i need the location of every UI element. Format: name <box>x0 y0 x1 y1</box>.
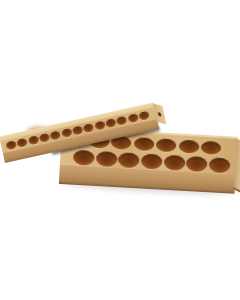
rear-strip-hole <box>17 138 28 148</box>
front-board-pit <box>186 156 208 172</box>
rear-strip-hole <box>105 118 116 128</box>
rear-strip-hole <box>28 135 39 145</box>
front-board-pit <box>141 153 163 169</box>
front-board-pit <box>209 157 231 173</box>
rear-strip-hole <box>127 113 138 123</box>
rear-strip-hole <box>6 140 17 150</box>
rear-strip-hole <box>138 111 149 121</box>
front-board-pit <box>201 140 222 154</box>
rear-strip-hole <box>83 123 94 133</box>
rear-strip-hole <box>116 116 127 126</box>
rear-strip-hole <box>72 126 83 136</box>
rear-strip-hole <box>61 128 72 138</box>
rear-strip-hole <box>94 121 105 131</box>
front-board-pit <box>178 139 199 153</box>
front-board-pit <box>163 154 185 170</box>
front-board-pit <box>118 152 140 168</box>
product-photo-scene <box>0 0 240 300</box>
front-board-pit <box>96 150 118 166</box>
front-board-pit <box>156 138 177 152</box>
front-board-pit <box>73 149 95 165</box>
rear-strip-hole <box>39 133 50 143</box>
front-board-pit <box>133 137 154 151</box>
strip-end-screw-hole <box>158 112 162 117</box>
rear-strip-hole <box>50 130 61 140</box>
